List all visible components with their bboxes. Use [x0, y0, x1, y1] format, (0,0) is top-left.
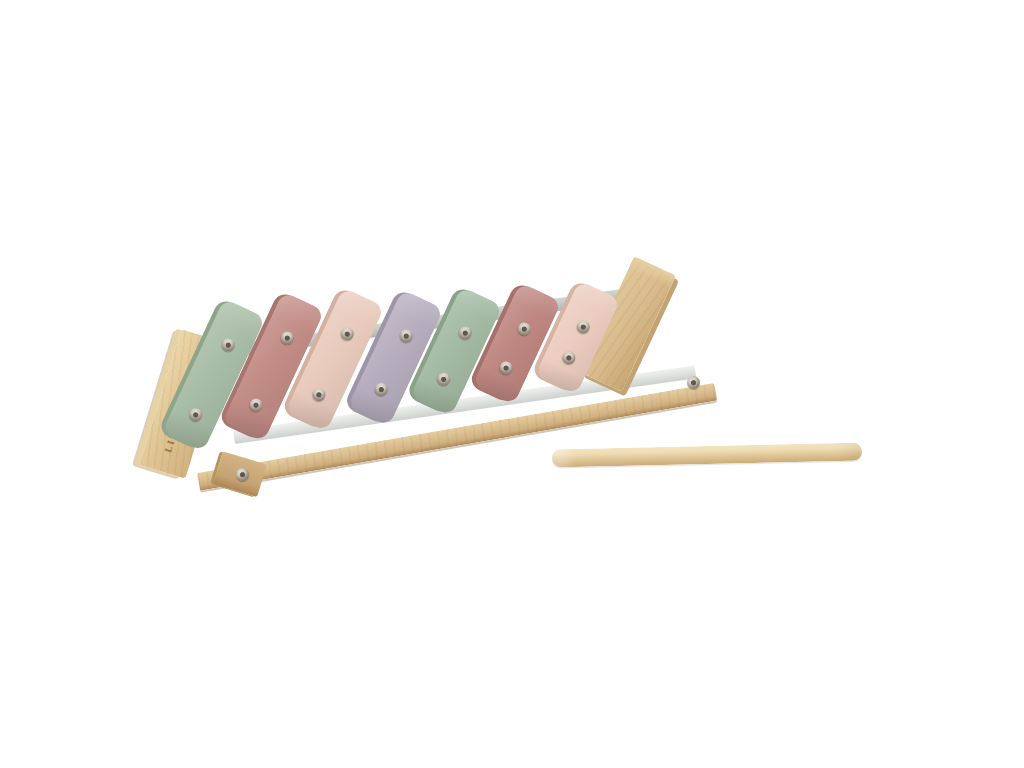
screw — [187, 406, 204, 423]
screw — [310, 386, 327, 403]
screw — [397, 327, 414, 344]
screw — [372, 381, 389, 398]
photo-stage: ✳ LITTLE DUTCH ~ · · ~ — [0, 0, 1024, 768]
screw — [247, 396, 264, 413]
screw — [515, 320, 532, 337]
screw — [497, 359, 514, 376]
screw — [278, 329, 295, 346]
screw — [219, 336, 236, 353]
screw — [574, 318, 591, 335]
screw — [687, 376, 700, 389]
screw — [456, 324, 473, 341]
note-bars-layer — [0, 0, 1024, 768]
screw — [338, 325, 355, 342]
screw — [560, 349, 577, 366]
screw — [435, 370, 452, 387]
screw — [236, 468, 249, 481]
